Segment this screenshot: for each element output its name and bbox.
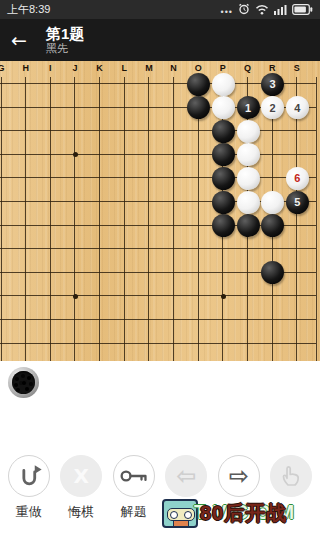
battery-icon (292, 1, 313, 19)
status-bar: 上午8:39 ••• (0, 0, 320, 19)
stone-P1-white (212, 73, 235, 96)
grid-line (0, 154, 316, 155)
black-stones-bowl-icon (8, 367, 39, 398)
grid-line (0, 295, 316, 296)
coordinate-label-R: R (264, 63, 280, 73)
key-icon[interactable] (113, 455, 155, 497)
stone-P5-black (212, 167, 235, 190)
title-bar: ← 第1题 黑先 (0, 19, 320, 61)
coordinate-label-Q: Q (240, 63, 256, 73)
coordinate-label-L: L (116, 63, 132, 73)
stone-Q2-black: 1 (237, 96, 260, 119)
more-dots-icon: ••• (221, 1, 233, 19)
stone-S5-white: 6 (286, 167, 309, 190)
wifi-icon (255, 1, 269, 19)
undo-label: 悔棋 (68, 503, 94, 518)
arrow-right-icon[interactable]: ⇨ (218, 455, 260, 497)
star-point-P10 (221, 294, 226, 299)
cassette-tape-icon (162, 499, 198, 528)
star-point-J10 (73, 294, 78, 299)
stone-Q7-black (237, 214, 260, 237)
grid-line (0, 130, 316, 131)
arrow-left-icon[interactable]: ⇦ (165, 455, 207, 497)
bowl-interior (12, 371, 35, 394)
stone-O2-black (187, 96, 210, 119)
solve-label: 解题 (121, 503, 147, 518)
undo-button[interactable]: X悔棋 (57, 455, 105, 518)
watermark: TVCOM 80后开战 (160, 497, 320, 531)
stone-O1-black (187, 73, 210, 96)
stone-S6-black: 5 (286, 191, 309, 214)
coordinate-label-I: I (42, 63, 58, 73)
grid-line (0, 248, 316, 249)
stone-R2-white: 2 (261, 96, 284, 119)
stone-Q5-white (237, 167, 260, 190)
coordinate-label-K: K (92, 63, 108, 73)
coordinate-label-S: S (289, 63, 305, 73)
page-title: 第1题 (46, 25, 84, 42)
stone-R9-black (261, 261, 284, 284)
coordinate-label-J: J (67, 63, 83, 73)
grid-line (0, 177, 316, 178)
coordinate-label-N: N (166, 63, 182, 73)
clock-time: 上午8:39 (7, 2, 50, 17)
grid-line (0, 319, 316, 320)
stone-S2-white: 4 (286, 96, 309, 119)
watermark-red-text: 80后开战 (200, 500, 287, 527)
stone-P6-black (212, 191, 235, 214)
app-screen: 上午8:39 ••• ← 第1题 黑先 GHIJKLMNOPQRS312465 … (0, 0, 320, 533)
coordinate-label-H: H (18, 63, 34, 73)
redo-button[interactable]: 重做 (5, 455, 53, 518)
stone-R6-white (261, 191, 284, 214)
stone-Q6-white (237, 191, 260, 214)
stone-R1-black: 3 (261, 73, 284, 96)
coordinate-label-M: M (141, 63, 157, 73)
back-arrow-icon[interactable]: ← (0, 29, 38, 51)
page-subtitle: 黑先 (46, 42, 84, 55)
stone-P3-black (212, 120, 235, 143)
redo-icon[interactable] (8, 455, 50, 497)
stone-P7-black (212, 214, 235, 237)
star-point-J4 (73, 152, 78, 157)
redo-label: 重做 (16, 503, 42, 518)
stone-P4-black (212, 143, 235, 166)
alarm-icon (238, 1, 250, 19)
stone-Q3-white (237, 120, 260, 143)
go-board[interactable]: GHIJKLMNOPQRS312465 (0, 61, 320, 361)
hand-icon[interactable] (270, 455, 312, 497)
stone-P2-white (212, 96, 235, 119)
solve-button[interactable]: 解题 (110, 455, 158, 518)
signal-icon (274, 1, 287, 19)
status-icons: ••• (221, 1, 313, 19)
bowl-stones (22, 381, 26, 385)
coordinate-label-O: O (190, 63, 206, 73)
coordinate-label-P: P (215, 63, 231, 73)
cassette-tab (173, 520, 189, 526)
coordinate-label-G: G (0, 63, 9, 73)
stone-R7-black (261, 214, 284, 237)
watermark-text: TVCOM 80后开战 (194, 498, 320, 528)
stone-Q4-white (237, 143, 260, 166)
grid-line (0, 343, 316, 344)
x-icon[interactable]: X (60, 455, 102, 497)
